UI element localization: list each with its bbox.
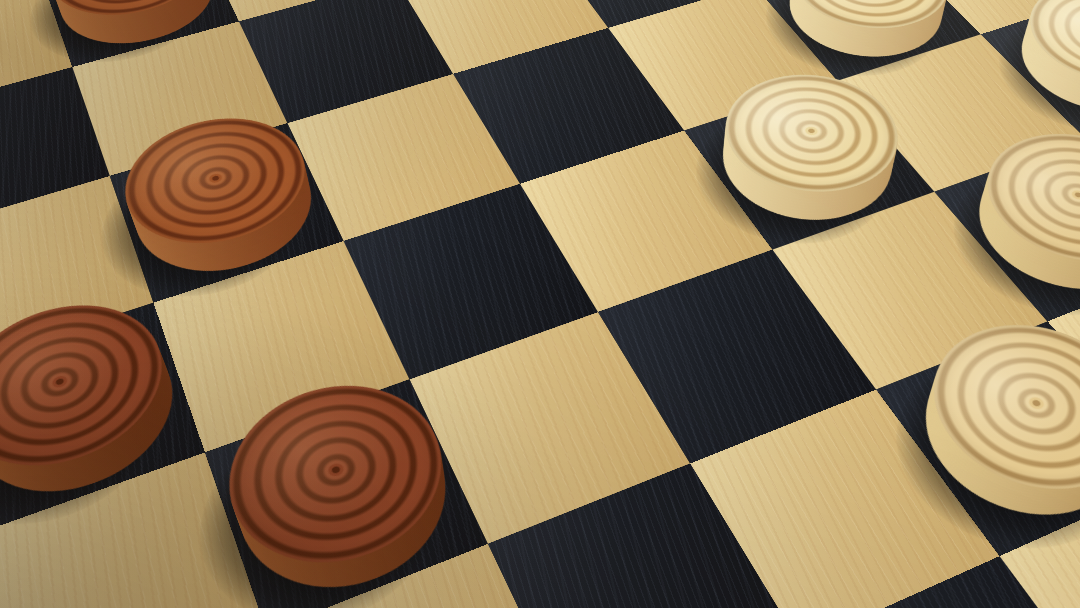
checkers-photo-scene xyxy=(0,0,1080,608)
checkers-board xyxy=(0,0,1080,608)
